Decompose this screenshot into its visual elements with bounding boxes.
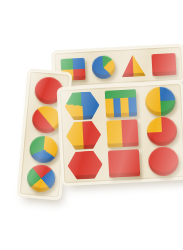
left-shape-4-circle	[26, 164, 56, 193]
left-shape-1-circle	[33, 76, 63, 105]
big-shape-7-hexagon	[67, 150, 103, 180]
top-shape-2-circle	[91, 55, 115, 79]
left-shape-3-circle	[28, 134, 58, 163]
top-shape-3-triangle	[121, 54, 146, 77]
big-shape-6-circle	[146, 116, 177, 147]
tray-top	[54, 47, 183, 87]
big-shape-2-top-face	[105, 90, 136, 100]
big-shape-9-circle	[147, 146, 178, 177]
big-shape-5-cube	[106, 119, 138, 148]
top-shape-4-cube	[151, 53, 176, 76]
big-shape-2-cube	[105, 90, 137, 119]
left-shape-2-circle	[31, 105, 61, 134]
big-shape-4-hexagon	[65, 121, 101, 151]
big-shape-1-hexagon	[64, 91, 100, 121]
big-shape-8-cube	[108, 149, 140, 178]
tray-big	[60, 84, 183, 183]
big-shape-3-circle	[144, 87, 175, 118]
product-photo: { "scene": { "description": "Overhead pr…	[0, 0, 183, 250]
